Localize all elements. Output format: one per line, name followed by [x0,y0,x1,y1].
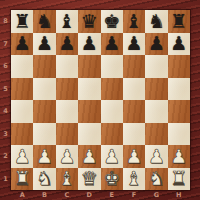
square-d7[interactable]: ♟ [78,33,100,56]
piece-white-pawn[interactable]: ♟ [123,145,145,168]
rank-label-5: 5 [0,78,11,101]
square-b7[interactable]: ♟ [33,33,55,56]
piece-black-bishop[interactable]: ♝ [123,10,145,33]
rank-label-2: 2 [0,145,11,168]
square-f2[interactable]: ♟ [123,145,145,168]
piece-white-bishop[interactable]: ♝ [123,168,145,191]
piece-black-pawn[interactable]: ♟ [123,33,145,56]
rank-label-3: 3 [0,123,11,146]
piece-black-pawn[interactable]: ♟ [78,33,100,56]
square-e7[interactable]: ♟ [101,33,123,56]
square-d1[interactable]: ♛ [78,168,100,191]
file-label-g: G [145,190,167,200]
square-b1[interactable]: ♞ [33,168,55,191]
piece-black-pawn[interactable]: ♟ [145,33,167,56]
square-e8[interactable]: ♚ [101,10,123,33]
square-h7[interactable]: ♟ [168,33,190,56]
square-a7[interactable]: ♟ [11,33,33,56]
square-e6[interactable] [101,55,123,78]
square-d5[interactable] [78,78,100,101]
square-g3[interactable] [145,123,167,146]
square-g2[interactable]: ♟ [145,145,167,168]
piece-black-queen[interactable]: ♛ [78,10,100,33]
square-h1[interactable]: ♜ [168,168,190,191]
square-d6[interactable] [78,55,100,78]
square-f3[interactable] [123,123,145,146]
square-c2[interactable]: ♟ [56,145,78,168]
square-f1[interactable]: ♝ [123,168,145,191]
square-a2[interactable]: ♟ [11,145,33,168]
square-f4[interactable] [123,100,145,123]
piece-white-rook[interactable]: ♜ [168,168,190,191]
square-e2[interactable]: ♟ [101,145,123,168]
piece-black-pawn[interactable]: ♟ [168,33,190,56]
piece-white-rook[interactable]: ♜ [11,168,33,191]
square-c4[interactable] [56,100,78,123]
square-c6[interactable] [56,55,78,78]
piece-white-queen[interactable]: ♛ [78,168,100,191]
square-b6[interactable] [33,55,55,78]
rank-label-1: 1 [0,168,11,191]
piece-white-pawn[interactable]: ♟ [11,145,33,168]
square-f7[interactable]: ♟ [123,33,145,56]
piece-black-pawn[interactable]: ♟ [33,33,55,56]
square-a1[interactable]: ♜ [11,168,33,191]
square-c8[interactable]: ♝ [56,10,78,33]
square-c3[interactable] [56,123,78,146]
chess-app: ♜♞♝♛♚♝♞♜♟♟♟♟♟♟♟♟♟♟♟♟♟♟♟♟♜♞♝♛♚♝♞♜ 8765432… [0,0,200,200]
piece-black-king[interactable]: ♚ [101,10,123,33]
square-e4[interactable] [101,100,123,123]
square-b3[interactable] [33,123,55,146]
square-f5[interactable] [123,78,145,101]
square-g8[interactable]: ♞ [145,10,167,33]
square-a8[interactable]: ♜ [11,10,33,33]
piece-white-pawn[interactable]: ♟ [101,145,123,168]
square-c5[interactable] [56,78,78,101]
square-g4[interactable] [145,100,167,123]
square-g6[interactable] [145,55,167,78]
piece-black-knight[interactable]: ♞ [33,10,55,33]
piece-white-knight[interactable]: ♞ [33,168,55,191]
square-g5[interactable] [145,78,167,101]
piece-white-pawn[interactable]: ♟ [145,145,167,168]
file-label-b: B [33,190,55,200]
chess-board[interactable]: ♜♞♝♛♚♝♞♜♟♟♟♟♟♟♟♟♟♟♟♟♟♟♟♟♜♞♝♛♚♝♞♜ [11,10,190,190]
piece-white-knight[interactable]: ♞ [145,168,167,191]
file-label-a: A [11,190,33,200]
file-label-f: F [123,190,145,200]
piece-black-pawn[interactable]: ♟ [56,33,78,56]
square-h4[interactable] [168,100,190,123]
piece-black-bishop[interactable]: ♝ [56,10,78,33]
piece-black-rook[interactable]: ♜ [11,10,33,33]
piece-white-pawn[interactable]: ♟ [168,145,190,168]
square-g1[interactable]: ♞ [145,168,167,191]
square-h8[interactable]: ♜ [168,10,190,33]
square-a4[interactable] [11,100,33,123]
square-e1[interactable]: ♚ [101,168,123,191]
square-e5[interactable] [101,78,123,101]
square-a3[interactable] [11,123,33,146]
square-a6[interactable] [11,55,33,78]
square-d3[interactable] [78,123,100,146]
square-b4[interactable] [33,100,55,123]
piece-white-pawn[interactable]: ♟ [78,145,100,168]
square-b5[interactable] [33,78,55,101]
file-label-c: C [56,190,78,200]
rank-label-8: 8 [0,10,11,33]
square-c7[interactable]: ♟ [56,33,78,56]
square-b8[interactable]: ♞ [33,10,55,33]
square-c1[interactable]: ♝ [56,168,78,191]
square-d4[interactable] [78,100,100,123]
square-h5[interactable] [168,78,190,101]
piece-white-pawn[interactable]: ♟ [56,145,78,168]
piece-black-pawn[interactable]: ♟ [11,33,33,56]
piece-black-pawn[interactable]: ♟ [101,33,123,56]
square-h2[interactable]: ♟ [168,145,190,168]
square-h6[interactable] [168,55,190,78]
square-g7[interactable]: ♟ [145,33,167,56]
square-f6[interactable] [123,55,145,78]
square-d8[interactable]: ♛ [78,10,100,33]
file-label-e: E [101,190,123,200]
square-a5[interactable] [11,78,33,101]
piece-black-knight[interactable]: ♞ [145,10,167,33]
file-label-d: D [78,190,100,200]
square-b2[interactable]: ♟ [33,145,55,168]
piece-white-pawn[interactable]: ♟ [33,145,55,168]
piece-black-rook[interactable]: ♜ [168,10,190,33]
rank-label-7: 7 [0,33,11,56]
piece-white-king[interactable]: ♚ [101,168,123,191]
square-h3[interactable] [168,123,190,146]
square-e3[interactable] [101,123,123,146]
rank-label-4: 4 [0,100,11,123]
rank-label-6: 6 [0,55,11,78]
square-f8[interactable]: ♝ [123,10,145,33]
file-label-h: H [168,190,190,200]
piece-white-bishop[interactable]: ♝ [56,168,78,191]
square-d2[interactable]: ♟ [78,145,100,168]
